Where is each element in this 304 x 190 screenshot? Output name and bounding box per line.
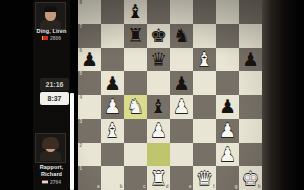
square-f1[interactable]: f♛ bbox=[193, 166, 216, 190]
black-pawn-g4[interactable]: ♟ bbox=[216, 95, 239, 119]
square-h3[interactable] bbox=[239, 119, 262, 143]
square-d8[interactable] bbox=[147, 0, 170, 24]
black-pawn-a6[interactable]: ♟ bbox=[78, 48, 101, 72]
square-e6[interactable] bbox=[170, 48, 193, 72]
rank-label-1: 1 bbox=[80, 167, 83, 172]
white-king-h1[interactable]: ♚ bbox=[239, 166, 262, 190]
square-c6[interactable] bbox=[124, 48, 147, 72]
rank-label-4: 4 bbox=[80, 96, 83, 101]
square-a1[interactable]: 1a bbox=[78, 166, 101, 190]
square-a6[interactable]: 6♟ bbox=[78, 48, 101, 72]
square-c2[interactable] bbox=[124, 143, 147, 167]
square-h2[interactable] bbox=[239, 143, 262, 167]
square-e4[interactable]: ♟ bbox=[170, 95, 193, 119]
black-clock: 21:16 bbox=[40, 78, 69, 91]
square-g7[interactable] bbox=[216, 24, 239, 48]
square-e2[interactable] bbox=[170, 143, 193, 167]
square-f2[interactable] bbox=[193, 143, 216, 167]
square-b3[interactable]: ♝ bbox=[101, 119, 124, 143]
right-letterbox bbox=[262, 0, 304, 190]
square-g2[interactable]: ♟ bbox=[216, 143, 239, 167]
square-h4[interactable] bbox=[239, 95, 262, 119]
square-a7[interactable]: 7 bbox=[78, 24, 101, 48]
black-king-d7[interactable]: ♚ bbox=[147, 24, 170, 48]
square-d3[interactable]: ♟ bbox=[147, 119, 170, 143]
square-g5[interactable] bbox=[216, 71, 239, 95]
avatar-shoulders bbox=[40, 151, 61, 161]
square-d2[interactable] bbox=[147, 143, 170, 167]
square-d5[interactable] bbox=[147, 71, 170, 95]
black-rook-c7[interactable]: ♜ bbox=[124, 24, 147, 48]
square-e7[interactable]: ♞ bbox=[170, 24, 193, 48]
square-b6[interactable] bbox=[101, 48, 124, 72]
file-label-e: e bbox=[189, 185, 192, 190]
file-label-c: c bbox=[143, 185, 146, 190]
active-turn-indicator bbox=[70, 93, 74, 190]
rank-label-7: 7 bbox=[80, 25, 83, 30]
square-d7[interactable]: ♚ bbox=[147, 24, 170, 48]
square-h7[interactable] bbox=[239, 24, 262, 48]
white-rook-d1[interactable]: ♜ bbox=[147, 166, 170, 190]
white-pawn-b4[interactable]: ♟ bbox=[101, 95, 124, 119]
white-knight-c4[interactable]: ♞ bbox=[124, 95, 147, 119]
white-bishop-f6[interactable]: ♝ bbox=[193, 48, 216, 72]
avatar-hair bbox=[44, 6, 57, 12]
top-player-flag-icon bbox=[42, 36, 48, 40]
square-c7[interactable]: ♜ bbox=[124, 24, 147, 48]
square-h6[interactable]: ♟ bbox=[239, 48, 262, 72]
avatar-face bbox=[45, 8, 56, 21]
black-bishop-d4[interactable]: ♝ bbox=[147, 95, 170, 119]
white-pawn-e4[interactable]: ♟ bbox=[170, 95, 193, 119]
black-pawn-e5[interactable]: ♟ bbox=[170, 71, 193, 95]
avatar-top-player bbox=[35, 2, 66, 30]
square-e3[interactable] bbox=[170, 119, 193, 143]
square-d1[interactable]: d♜ bbox=[147, 166, 170, 190]
square-f3[interactable] bbox=[193, 119, 216, 143]
square-b8[interactable] bbox=[101, 0, 124, 24]
black-pawn-b5[interactable]: ♟ bbox=[101, 71, 124, 95]
square-f5[interactable] bbox=[193, 71, 216, 95]
rank-label-3: 3 bbox=[80, 120, 83, 125]
square-f4[interactable] bbox=[193, 95, 216, 119]
bottom-player-rating: 2764 bbox=[50, 179, 61, 185]
black-pawn-h6[interactable]: ♟ bbox=[239, 48, 262, 72]
file-label-a: a bbox=[97, 185, 100, 190]
avatar-hair bbox=[42, 137, 59, 149]
square-f7[interactable] bbox=[193, 24, 216, 48]
top-player-rating-row: 2806 bbox=[33, 35, 70, 41]
square-e5[interactable]: ♟ bbox=[170, 71, 193, 95]
rank-label-2: 2 bbox=[80, 144, 83, 149]
black-bishop-c8[interactable]: ♝ bbox=[124, 0, 147, 24]
square-d6[interactable]: ♛ bbox=[147, 48, 170, 72]
white-pawn-g3[interactable]: ♟ bbox=[216, 119, 239, 143]
square-f8[interactable] bbox=[193, 0, 216, 24]
bottom-player-name-line2: Richard bbox=[33, 171, 70, 178]
square-a8[interactable]: 8 bbox=[78, 0, 101, 24]
broadcast-window: Ding, Liren 2806 Rapport, Richard 2764 2… bbox=[0, 0, 304, 190]
square-g6[interactable] bbox=[216, 48, 239, 72]
bottom-player-rating-row: 2764 bbox=[33, 179, 70, 185]
square-b1[interactable]: b bbox=[101, 166, 124, 190]
square-e1[interactable]: e bbox=[170, 166, 193, 190]
black-queen-d6[interactable]: ♛ bbox=[147, 48, 170, 72]
square-b5[interactable]: ♟ bbox=[101, 71, 124, 95]
square-h1[interactable]: h♚ bbox=[239, 166, 262, 190]
file-label-g: g bbox=[235, 185, 238, 190]
avatar-bottom-player bbox=[35, 133, 66, 163]
square-g8[interactable] bbox=[216, 0, 239, 24]
square-c3[interactable] bbox=[124, 119, 147, 143]
square-b4[interactable]: ♟ bbox=[101, 95, 124, 119]
chess-board[interactable]: 8♝7♜♚♞6♟♛♝♟5♟♟4♟♞♝♟♟3♝♟♟2♟1abcd♜ef♛gh♚ bbox=[78, 0, 262, 190]
square-d4[interactable]: ♝ bbox=[147, 95, 170, 119]
square-f6[interactable]: ♝ bbox=[193, 48, 216, 72]
white-queen-f1[interactable]: ♛ bbox=[193, 166, 216, 190]
square-a5[interactable]: 5 bbox=[78, 71, 101, 95]
bottom-player-name-line1: Rapport, bbox=[33, 164, 70, 171]
square-h5[interactable] bbox=[239, 71, 262, 95]
square-c1[interactable]: c bbox=[124, 166, 147, 190]
square-h8[interactable] bbox=[239, 0, 262, 24]
square-c4[interactable]: ♞ bbox=[124, 95, 147, 119]
square-a4[interactable]: 4 bbox=[78, 95, 101, 119]
square-a2[interactable]: 2 bbox=[78, 143, 101, 167]
square-g1[interactable]: g bbox=[216, 166, 239, 190]
square-g3[interactable]: ♟ bbox=[216, 119, 239, 143]
square-c8[interactable]: ♝ bbox=[124, 0, 147, 24]
top-player-rating: 2806 bbox=[50, 35, 61, 41]
square-b2[interactable] bbox=[101, 143, 124, 167]
file-label-b: b bbox=[120, 185, 123, 190]
white-pawn-d3[interactable]: ♟ bbox=[147, 119, 170, 143]
top-player-name: Ding, Liren bbox=[33, 28, 70, 35]
black-knight-e7[interactable]: ♞ bbox=[170, 24, 193, 48]
rank-label-8: 8 bbox=[80, 1, 83, 6]
white-bishop-b3[interactable]: ♝ bbox=[101, 119, 124, 143]
square-a3[interactable]: 3 bbox=[78, 119, 101, 143]
square-e8[interactable] bbox=[170, 0, 193, 24]
square-c5[interactable] bbox=[124, 71, 147, 95]
square-b7[interactable] bbox=[101, 24, 124, 48]
bottom-player-flag-icon bbox=[42, 180, 48, 184]
rank-label-5: 5 bbox=[80, 72, 83, 77]
white-pawn-g2[interactable]: ♟ bbox=[216, 143, 239, 167]
white-clock: 8:37 bbox=[40, 92, 69, 105]
square-g4[interactable]: ♟ bbox=[216, 95, 239, 119]
avatar-face bbox=[45, 139, 56, 152]
